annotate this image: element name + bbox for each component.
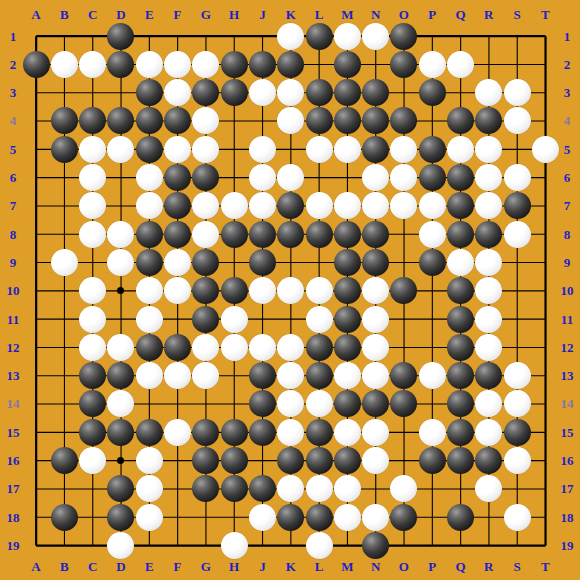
intersection-N14[interactable] <box>361 390 389 418</box>
intersection-F7[interactable] <box>163 192 191 220</box>
intersection-Q18[interactable] <box>446 503 474 531</box>
intersection-F9[interactable] <box>163 248 191 276</box>
intersection-S9[interactable] <box>503 248 531 276</box>
intersection-K8[interactable] <box>277 220 305 248</box>
intersection-B10[interactable] <box>50 277 78 305</box>
intersection-O12[interactable] <box>390 333 418 361</box>
intersection-K4[interactable] <box>277 107 305 135</box>
intersection-M5[interactable] <box>333 135 361 163</box>
intersection-P5[interactable] <box>418 135 446 163</box>
intersection-G12[interactable] <box>192 333 220 361</box>
intersection-S11[interactable] <box>503 305 531 333</box>
intersection-P4[interactable] <box>418 107 446 135</box>
intersection-G14[interactable] <box>192 390 220 418</box>
intersection-G8[interactable] <box>192 220 220 248</box>
intersection-C15[interactable] <box>78 418 106 446</box>
intersection-J17[interactable] <box>248 475 276 503</box>
intersection-T3[interactable] <box>531 78 559 106</box>
intersection-F1[interactable] <box>163 22 191 50</box>
intersection-S7[interactable] <box>503 192 531 220</box>
intersection-G16[interactable] <box>192 446 220 474</box>
intersection-J13[interactable] <box>248 361 276 389</box>
intersection-L7[interactable] <box>305 192 333 220</box>
intersection-D9[interactable] <box>107 248 135 276</box>
intersection-B6[interactable] <box>50 163 78 191</box>
intersection-F15[interactable] <box>163 418 191 446</box>
intersection-M10[interactable] <box>333 277 361 305</box>
intersection-C19[interactable] <box>78 531 106 559</box>
intersection-S17[interactable] <box>503 475 531 503</box>
intersection-J6[interactable] <box>248 163 276 191</box>
intersection-L5[interactable] <box>305 135 333 163</box>
intersection-O18[interactable] <box>390 503 418 531</box>
intersection-C6[interactable] <box>78 163 106 191</box>
intersection-K16[interactable] <box>277 446 305 474</box>
intersection-R12[interactable] <box>475 333 503 361</box>
intersection-P2[interactable] <box>418 50 446 78</box>
intersection-L6[interactable] <box>305 163 333 191</box>
intersection-J9[interactable] <box>248 248 276 276</box>
intersection-R15[interactable] <box>475 418 503 446</box>
intersection-N15[interactable] <box>361 418 389 446</box>
intersection-A13[interactable] <box>22 361 50 389</box>
intersection-F18[interactable] <box>163 503 191 531</box>
intersection-T11[interactable] <box>531 305 559 333</box>
intersection-E2[interactable] <box>135 50 163 78</box>
intersection-P9[interactable] <box>418 248 446 276</box>
intersection-T10[interactable] <box>531 277 559 305</box>
intersection-T14[interactable] <box>531 390 559 418</box>
intersection-L10[interactable] <box>305 277 333 305</box>
intersection-C13[interactable] <box>78 361 106 389</box>
intersection-G18[interactable] <box>192 503 220 531</box>
intersection-K3[interactable] <box>277 78 305 106</box>
intersection-E18[interactable] <box>135 503 163 531</box>
intersection-P8[interactable] <box>418 220 446 248</box>
intersection-R8[interactable] <box>475 220 503 248</box>
intersection-O2[interactable] <box>390 50 418 78</box>
intersection-D6[interactable] <box>107 163 135 191</box>
intersection-T8[interactable] <box>531 220 559 248</box>
intersection-F5[interactable] <box>163 135 191 163</box>
intersection-F16[interactable] <box>163 446 191 474</box>
intersection-R18[interactable] <box>475 503 503 531</box>
intersection-P1[interactable] <box>418 22 446 50</box>
intersection-S1[interactable] <box>503 22 531 50</box>
intersection-D7[interactable] <box>107 192 135 220</box>
intersection-K7[interactable] <box>277 192 305 220</box>
intersection-E14[interactable] <box>135 390 163 418</box>
intersection-A10[interactable] <box>22 277 50 305</box>
intersection-J7[interactable] <box>248 192 276 220</box>
intersection-L3[interactable] <box>305 78 333 106</box>
intersection-P6[interactable] <box>418 163 446 191</box>
intersection-F4[interactable] <box>163 107 191 135</box>
intersection-O16[interactable] <box>390 446 418 474</box>
intersection-S3[interactable] <box>503 78 531 106</box>
intersection-E17[interactable] <box>135 475 163 503</box>
intersection-Q15[interactable] <box>446 418 474 446</box>
intersection-K11[interactable] <box>277 305 305 333</box>
intersection-R2[interactable] <box>475 50 503 78</box>
intersection-F6[interactable] <box>163 163 191 191</box>
intersection-A5[interactable] <box>22 135 50 163</box>
intersection-S5[interactable] <box>503 135 531 163</box>
intersection-D15[interactable] <box>107 418 135 446</box>
intersection-N17[interactable] <box>361 475 389 503</box>
intersection-L13[interactable] <box>305 361 333 389</box>
intersection-L14[interactable] <box>305 390 333 418</box>
intersection-G11[interactable] <box>192 305 220 333</box>
intersection-E11[interactable] <box>135 305 163 333</box>
intersection-A17[interactable] <box>22 475 50 503</box>
intersection-N16[interactable] <box>361 446 389 474</box>
intersection-B12[interactable] <box>50 333 78 361</box>
intersection-H18[interactable] <box>220 503 248 531</box>
intersection-D4[interactable] <box>107 107 135 135</box>
intersection-H7[interactable] <box>220 192 248 220</box>
intersection-N10[interactable] <box>361 277 389 305</box>
intersection-J10[interactable] <box>248 277 276 305</box>
intersection-B1[interactable] <box>50 22 78 50</box>
intersection-Q6[interactable] <box>446 163 474 191</box>
intersection-R3[interactable] <box>475 78 503 106</box>
intersection-S10[interactable] <box>503 277 531 305</box>
intersection-N3[interactable] <box>361 78 389 106</box>
intersection-C10[interactable] <box>78 277 106 305</box>
intersection-H4[interactable] <box>220 107 248 135</box>
intersection-R11[interactable] <box>475 305 503 333</box>
intersection-M13[interactable] <box>333 361 361 389</box>
intersection-M7[interactable] <box>333 192 361 220</box>
intersection-D17[interactable] <box>107 475 135 503</box>
intersection-S19[interactable] <box>503 531 531 559</box>
intersection-Q12[interactable] <box>446 333 474 361</box>
intersection-C1[interactable] <box>78 22 106 50</box>
intersection-O17[interactable] <box>390 475 418 503</box>
intersection-K6[interactable] <box>277 163 305 191</box>
intersection-L4[interactable] <box>305 107 333 135</box>
intersection-L9[interactable] <box>305 248 333 276</box>
intersection-P7[interactable] <box>418 192 446 220</box>
intersection-G10[interactable] <box>192 277 220 305</box>
intersection-J18[interactable] <box>248 503 276 531</box>
intersection-N19[interactable] <box>361 531 389 559</box>
intersection-E16[interactable] <box>135 446 163 474</box>
intersection-Q9[interactable] <box>446 248 474 276</box>
intersection-P18[interactable] <box>418 503 446 531</box>
intersection-G19[interactable] <box>192 531 220 559</box>
intersection-L11[interactable] <box>305 305 333 333</box>
intersection-O6[interactable] <box>390 163 418 191</box>
intersection-Q7[interactable] <box>446 192 474 220</box>
intersection-D1[interactable] <box>107 22 135 50</box>
intersection-N4[interactable] <box>361 107 389 135</box>
intersection-H19[interactable] <box>220 531 248 559</box>
intersection-H10[interactable] <box>220 277 248 305</box>
intersection-T1[interactable] <box>531 22 559 50</box>
intersection-G2[interactable] <box>192 50 220 78</box>
intersection-A4[interactable] <box>22 107 50 135</box>
intersection-M15[interactable] <box>333 418 361 446</box>
intersection-T12[interactable] <box>531 333 559 361</box>
intersection-L15[interactable] <box>305 418 333 446</box>
intersection-S2[interactable] <box>503 50 531 78</box>
intersection-H14[interactable] <box>220 390 248 418</box>
intersection-N8[interactable] <box>361 220 389 248</box>
intersection-T7[interactable] <box>531 192 559 220</box>
intersection-F10[interactable] <box>163 277 191 305</box>
intersection-N9[interactable] <box>361 248 389 276</box>
intersection-A2[interactable] <box>22 50 50 78</box>
intersection-F13[interactable] <box>163 361 191 389</box>
intersection-H15[interactable] <box>220 418 248 446</box>
intersection-D10[interactable] <box>107 277 135 305</box>
intersection-K15[interactable] <box>277 418 305 446</box>
intersection-D5[interactable] <box>107 135 135 163</box>
intersection-J1[interactable] <box>248 22 276 50</box>
intersection-L19[interactable] <box>305 531 333 559</box>
intersection-T2[interactable] <box>531 50 559 78</box>
intersection-E12[interactable] <box>135 333 163 361</box>
intersection-O8[interactable] <box>390 220 418 248</box>
intersection-O3[interactable] <box>390 78 418 106</box>
intersection-T17[interactable] <box>531 475 559 503</box>
intersection-Q11[interactable] <box>446 305 474 333</box>
intersection-L18[interactable] <box>305 503 333 531</box>
intersection-Q4[interactable] <box>446 107 474 135</box>
intersection-E4[interactable] <box>135 107 163 135</box>
intersection-H1[interactable] <box>220 22 248 50</box>
intersection-B5[interactable] <box>50 135 78 163</box>
intersection-L12[interactable] <box>305 333 333 361</box>
intersection-G13[interactable] <box>192 361 220 389</box>
intersection-H11[interactable] <box>220 305 248 333</box>
intersection-P10[interactable] <box>418 277 446 305</box>
intersection-E13[interactable] <box>135 361 163 389</box>
intersection-T15[interactable] <box>531 418 559 446</box>
intersection-D2[interactable] <box>107 50 135 78</box>
intersection-G9[interactable] <box>192 248 220 276</box>
intersection-M17[interactable] <box>333 475 361 503</box>
intersection-M6[interactable] <box>333 163 361 191</box>
intersection-T5[interactable] <box>531 135 559 163</box>
intersection-Q13[interactable] <box>446 361 474 389</box>
intersection-A1[interactable] <box>22 22 50 50</box>
intersection-P3[interactable] <box>418 78 446 106</box>
intersection-R9[interactable] <box>475 248 503 276</box>
intersection-C16[interactable] <box>78 446 106 474</box>
intersection-B11[interactable] <box>50 305 78 333</box>
intersection-D14[interactable] <box>107 390 135 418</box>
intersection-Q2[interactable] <box>446 50 474 78</box>
intersection-M2[interactable] <box>333 50 361 78</box>
intersection-A9[interactable] <box>22 248 50 276</box>
intersection-N7[interactable] <box>361 192 389 220</box>
intersection-L2[interactable] <box>305 50 333 78</box>
intersection-N5[interactable] <box>361 135 389 163</box>
intersection-P17[interactable] <box>418 475 446 503</box>
intersection-Q3[interactable] <box>446 78 474 106</box>
intersection-B15[interactable] <box>50 418 78 446</box>
intersection-B13[interactable] <box>50 361 78 389</box>
intersection-O19[interactable] <box>390 531 418 559</box>
intersection-R10[interactable] <box>475 277 503 305</box>
intersection-Q17[interactable] <box>446 475 474 503</box>
intersection-P15[interactable] <box>418 418 446 446</box>
intersection-J8[interactable] <box>248 220 276 248</box>
intersection-C3[interactable] <box>78 78 106 106</box>
intersection-M14[interactable] <box>333 390 361 418</box>
intersection-A19[interactable] <box>22 531 50 559</box>
intersection-A15[interactable] <box>22 418 50 446</box>
intersection-A18[interactable] <box>22 503 50 531</box>
intersection-S13[interactable] <box>503 361 531 389</box>
intersection-T18[interactable] <box>531 503 559 531</box>
intersection-B17[interactable] <box>50 475 78 503</box>
intersection-O7[interactable] <box>390 192 418 220</box>
intersection-Q5[interactable] <box>446 135 474 163</box>
intersection-Q10[interactable] <box>446 277 474 305</box>
intersection-G7[interactable] <box>192 192 220 220</box>
intersection-P13[interactable] <box>418 361 446 389</box>
intersection-C2[interactable] <box>78 50 106 78</box>
intersection-T6[interactable] <box>531 163 559 191</box>
intersection-P16[interactable] <box>418 446 446 474</box>
intersection-O1[interactable] <box>390 22 418 50</box>
intersection-D3[interactable] <box>107 78 135 106</box>
intersection-H8[interactable] <box>220 220 248 248</box>
intersection-G15[interactable] <box>192 418 220 446</box>
intersection-O4[interactable] <box>390 107 418 135</box>
intersection-G4[interactable] <box>192 107 220 135</box>
intersection-C9[interactable] <box>78 248 106 276</box>
intersection-R4[interactable] <box>475 107 503 135</box>
intersection-J14[interactable] <box>248 390 276 418</box>
intersection-A6[interactable] <box>22 163 50 191</box>
intersection-H2[interactable] <box>220 50 248 78</box>
intersection-D11[interactable] <box>107 305 135 333</box>
intersection-E15[interactable] <box>135 418 163 446</box>
intersection-K5[interactable] <box>277 135 305 163</box>
intersection-N12[interactable] <box>361 333 389 361</box>
intersection-F17[interactable] <box>163 475 191 503</box>
intersection-J15[interactable] <box>248 418 276 446</box>
intersection-M4[interactable] <box>333 107 361 135</box>
intersection-P11[interactable] <box>418 305 446 333</box>
intersection-F14[interactable] <box>163 390 191 418</box>
intersection-R5[interactable] <box>475 135 503 163</box>
intersection-C7[interactable] <box>78 192 106 220</box>
intersection-N18[interactable] <box>361 503 389 531</box>
intersection-F8[interactable] <box>163 220 191 248</box>
intersection-L8[interactable] <box>305 220 333 248</box>
intersection-M16[interactable] <box>333 446 361 474</box>
intersection-G6[interactable] <box>192 163 220 191</box>
intersection-P14[interactable] <box>418 390 446 418</box>
intersection-K2[interactable] <box>277 50 305 78</box>
intersection-B14[interactable] <box>50 390 78 418</box>
intersection-R16[interactable] <box>475 446 503 474</box>
intersection-B9[interactable] <box>50 248 78 276</box>
intersection-D19[interactable] <box>107 531 135 559</box>
intersection-J16[interactable] <box>248 446 276 474</box>
intersection-J2[interactable] <box>248 50 276 78</box>
intersection-A11[interactable] <box>22 305 50 333</box>
intersection-O14[interactable] <box>390 390 418 418</box>
intersection-Q14[interactable] <box>446 390 474 418</box>
intersection-K12[interactable] <box>277 333 305 361</box>
intersection-O9[interactable] <box>390 248 418 276</box>
intersection-G5[interactable] <box>192 135 220 163</box>
intersection-E1[interactable] <box>135 22 163 50</box>
intersection-B7[interactable] <box>50 192 78 220</box>
intersection-M18[interactable] <box>333 503 361 531</box>
intersection-R19[interactable] <box>475 531 503 559</box>
intersection-R6[interactable] <box>475 163 503 191</box>
intersection-N6[interactable] <box>361 163 389 191</box>
intersection-O13[interactable] <box>390 361 418 389</box>
intersection-N13[interactable] <box>361 361 389 389</box>
intersection-E5[interactable] <box>135 135 163 163</box>
intersection-B3[interactable] <box>50 78 78 106</box>
intersection-K1[interactable] <box>277 22 305 50</box>
intersection-T16[interactable] <box>531 446 559 474</box>
intersection-S12[interactable] <box>503 333 531 361</box>
intersection-F12[interactable] <box>163 333 191 361</box>
intersection-Q1[interactable] <box>446 22 474 50</box>
intersection-B18[interactable] <box>50 503 78 531</box>
intersection-S6[interactable] <box>503 163 531 191</box>
intersection-C8[interactable] <box>78 220 106 248</box>
intersection-R7[interactable] <box>475 192 503 220</box>
intersection-Q8[interactable] <box>446 220 474 248</box>
intersection-H5[interactable] <box>220 135 248 163</box>
intersection-H9[interactable] <box>220 248 248 276</box>
intersection-H13[interactable] <box>220 361 248 389</box>
intersection-J3[interactable] <box>248 78 276 106</box>
intersection-A7[interactable] <box>22 192 50 220</box>
intersection-F3[interactable] <box>163 78 191 106</box>
intersection-R1[interactable] <box>475 22 503 50</box>
intersection-C12[interactable] <box>78 333 106 361</box>
intersection-P12[interactable] <box>418 333 446 361</box>
intersection-B8[interactable] <box>50 220 78 248</box>
intersection-P19[interactable] <box>418 531 446 559</box>
intersection-S14[interactable] <box>503 390 531 418</box>
intersection-B16[interactable] <box>50 446 78 474</box>
intersection-O15[interactable] <box>390 418 418 446</box>
intersection-M12[interactable] <box>333 333 361 361</box>
intersection-J12[interactable] <box>248 333 276 361</box>
intersection-S18[interactable] <box>503 503 531 531</box>
intersection-J11[interactable] <box>248 305 276 333</box>
intersection-D18[interactable] <box>107 503 135 531</box>
intersection-K13[interactable] <box>277 361 305 389</box>
intersection-H16[interactable] <box>220 446 248 474</box>
intersection-M19[interactable] <box>333 531 361 559</box>
intersection-M3[interactable] <box>333 78 361 106</box>
intersection-K9[interactable] <box>277 248 305 276</box>
intersection-O10[interactable] <box>390 277 418 305</box>
intersection-L16[interactable] <box>305 446 333 474</box>
intersection-E8[interactable] <box>135 220 163 248</box>
intersection-M11[interactable] <box>333 305 361 333</box>
intersection-C18[interactable] <box>78 503 106 531</box>
intersection-G1[interactable] <box>192 22 220 50</box>
intersection-Q19[interactable] <box>446 531 474 559</box>
intersection-B2[interactable] <box>50 50 78 78</box>
